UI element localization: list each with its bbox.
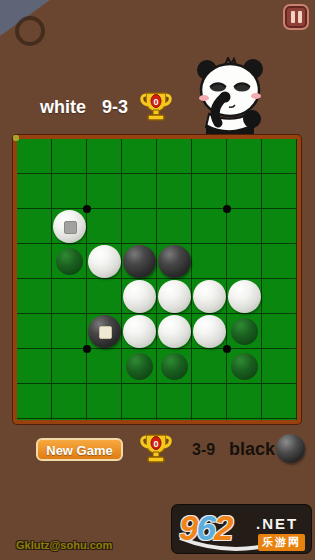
star-point: [223, 205, 231, 213]
black-disc: [158, 245, 191, 278]
watermark-net-label: .NET: [256, 515, 298, 532]
legal-move-hint[interactable]: [231, 353, 258, 380]
black-player-stone-indicator: [276, 434, 305, 463]
legal-move-hint[interactable]: [161, 353, 188, 380]
trophy-count-bottom: 0: [153, 439, 158, 449]
corner-ring-icon: [15, 16, 45, 46]
trophy-icon-bottom: 0: [139, 433, 173, 465]
white-disc: [88, 245, 121, 278]
white-disc: [123, 315, 156, 348]
white-disc: [158, 315, 191, 348]
top-status-bar: white 9-3: [40, 97, 128, 118]
watermark-site-name: 乐游网: [258, 534, 305, 551]
player-bottom-label: black: [229, 439, 275, 460]
credit-text: Gklutz@sohu.com: [16, 539, 112, 551]
white-disc: [123, 280, 156, 313]
black-disc: [123, 245, 156, 278]
app-root: white 9-3 0 New Game: [0, 0, 315, 560]
trophy-count-top: 0: [153, 97, 158, 107]
last-move-marker: [64, 221, 77, 234]
black-disc-last-move: [88, 315, 121, 348]
legal-move-hint[interactable]: [126, 353, 153, 380]
white-disc: [193, 315, 226, 348]
white-disc: [228, 280, 261, 313]
white-disc: [158, 280, 191, 313]
new-game-button[interactable]: New Game: [36, 438, 123, 461]
player-top-label: white: [40, 97, 86, 118]
white-disc: [193, 280, 226, 313]
star-point: [83, 205, 91, 213]
last-move-marker: [99, 326, 112, 339]
trophy-icon-top: 0: [139, 91, 173, 123]
watermark-badge: 962 .NET 乐游网: [172, 505, 311, 553]
game-board[interactable]: [13, 135, 301, 424]
stones-layer: [17, 139, 297, 420]
legal-move-hint[interactable]: [231, 318, 258, 345]
pause-button[interactable]: [283, 4, 309, 30]
star-point: [83, 345, 91, 353]
star-point: [223, 345, 231, 353]
panda-mascot: [192, 57, 269, 135]
watermark-number: 962: [179, 505, 231, 551]
pause-icon: [285, 6, 307, 28]
white-disc-last-move: [53, 210, 86, 243]
score-top: 9-3: [102, 97, 128, 118]
legal-move-hint[interactable]: [56, 248, 83, 275]
score-bottom: 3-9: [192, 441, 215, 459]
